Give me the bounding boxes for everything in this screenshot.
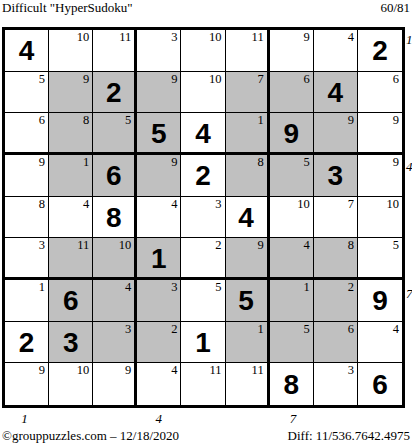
cell-r3c6[interactable]: 1 — [226, 113, 270, 155]
annotation-digit: 3 — [215, 197, 221, 211]
cell-r9c9[interactable]: 6 — [358, 363, 402, 405]
cell-r7c8[interactable]: 2 — [314, 280, 358, 322]
sudoku-grid: 4101131011942592910764668554199991692853… — [5, 30, 402, 405]
footer-copyright: ©grouppuzzles.com – 12/18/2020 — [2, 428, 179, 444]
annotation-digit: 9 — [83, 72, 89, 86]
cell-r3c8[interactable]: 9 — [314, 113, 358, 155]
given-digit: 2 — [106, 77, 122, 107]
cell-r2c7[interactable]: 6 — [270, 72, 314, 114]
annotation-digit: 3 — [348, 363, 354, 377]
annotation-digit: 3 — [171, 280, 177, 294]
cell-r1c6[interactable]: 11 — [226, 30, 270, 72]
cell-r4c5[interactable]: 2 — [181, 155, 225, 197]
annotation-digit: 7 — [348, 197, 354, 211]
given-digit: 6 — [63, 285, 79, 315]
annotation-digit: 6 — [393, 72, 399, 86]
cell-r8c6[interactable]: 1 — [226, 322, 270, 364]
col-label-1: 1 — [14, 411, 34, 427]
cell-r4c9[interactable]: 9 — [358, 155, 402, 197]
cell-r4c8[interactable]: 3 — [314, 155, 358, 197]
cell-r6c4[interactable]: 1 — [137, 238, 181, 280]
given-digit: 1 — [195, 327, 211, 357]
given-digit: 4 — [238, 202, 254, 232]
given-digit: 2 — [195, 160, 211, 190]
annotation-digit: 8 — [257, 155, 263, 169]
annotation-digit: 4 — [171, 197, 177, 211]
given-digit: 2 — [372, 35, 388, 65]
annotation-digit: 7 — [257, 72, 263, 86]
puzzle-title: Difficult "HyperSudoku" — [2, 0, 133, 16]
cell-r8c4[interactable]: 2 — [137, 322, 181, 364]
cell-r9c5[interactable]: 11 — [181, 363, 225, 405]
annotation-digit: 5 — [215, 280, 221, 294]
cell-r1c3[interactable]: 11 — [93, 30, 137, 72]
annotation-digit: 1 — [304, 280, 310, 294]
annotation-digit: 9 — [171, 155, 177, 169]
cell-r1c5[interactable]: 10 — [181, 30, 225, 72]
cell-r9c1[interactable]: 9 — [5, 363, 49, 405]
cell-r6c3[interactable]: 10 — [93, 238, 137, 280]
annotation-digit: 8 — [83, 113, 89, 127]
annotation-digit: 11 — [77, 238, 89, 252]
cell-r6c8[interactable]: 8 — [314, 238, 358, 280]
cell-r3c7[interactable]: 9 — [270, 113, 314, 155]
given-digit: 5 — [151, 118, 167, 148]
cell-r2c5[interactable]: 10 — [181, 72, 225, 114]
cell-r4c6[interactable]: 8 — [226, 155, 270, 197]
cell-r5c2[interactable]: 4 — [49, 197, 93, 239]
given-digit: 9 — [283, 118, 299, 148]
cell-r4c2[interactable]: 1 — [49, 155, 93, 197]
cell-r3c5[interactable]: 4 — [181, 113, 225, 155]
cell-r6c2[interactable]: 11 — [49, 238, 93, 280]
cell-r9c8[interactable]: 3 — [314, 363, 358, 405]
annotation-digit: 10 — [209, 30, 222, 44]
annotation-digit: 9 — [393, 155, 399, 169]
cell-r4c3[interactable]: 6 — [93, 155, 137, 197]
cell-r5c6[interactable]: 4 — [226, 197, 270, 239]
cell-r5c4[interactable]: 4 — [137, 197, 181, 239]
cell-r2c6[interactable]: 7 — [226, 72, 270, 114]
row-label-4: 4 — [406, 159, 412, 175]
annotation-digit: 10 — [209, 72, 222, 86]
annotation-digit: 9 — [171, 72, 177, 86]
cell-r7c7[interactable]: 1 — [270, 280, 314, 322]
cell-r8c1[interactable]: 2 — [5, 322, 49, 364]
annotation-digit: 9 — [257, 238, 263, 252]
annotation-digit: 1 — [83, 155, 89, 169]
given-digit: 4 — [195, 118, 211, 148]
annotation-digit: 5 — [39, 72, 45, 86]
cell-r2c8[interactable]: 4 — [314, 72, 358, 114]
annotation-digit: 5 — [393, 238, 399, 252]
page-footer: ©grouppuzzles.com – 12/18/2020 Diff: 11/… — [0, 428, 412, 444]
cell-r6c9[interactable]: 5 — [358, 238, 402, 280]
given-digit: 8 — [106, 202, 122, 232]
cell-r6c6[interactable]: 9 — [226, 238, 270, 280]
annotation-digit: 10 — [386, 197, 399, 211]
annotation-digit: 5 — [304, 322, 310, 336]
col-label-4: 4 — [149, 411, 169, 427]
annotation-digit: 5 — [304, 155, 310, 169]
cell-r1c1[interactable]: 4 — [5, 30, 49, 72]
annotation-digit: 11 — [252, 30, 264, 44]
cell-r3c2[interactable]: 8 — [49, 113, 93, 155]
annotation-digit: 3 — [171, 30, 177, 44]
given-digit: 3 — [63, 327, 79, 357]
cell-r5c8[interactable]: 7 — [314, 197, 358, 239]
annotation-digit: 10 — [77, 363, 90, 377]
annotation-digit: 2 — [215, 238, 221, 252]
row-label-7: 7 — [406, 286, 412, 302]
cell-r6c5[interactable]: 2 — [181, 238, 225, 280]
annotation-digit: 3 — [125, 322, 131, 336]
cell-r7c2[interactable]: 6 — [49, 280, 93, 322]
given-digit: 8 — [283, 369, 299, 399]
cell-r5c1[interactable]: 8 — [5, 197, 49, 239]
annotation-digit: 4 — [125, 280, 131, 294]
cell-r8c5[interactable]: 1 — [181, 322, 225, 364]
annotation-digit: 1 — [257, 322, 263, 336]
cell-r2c1[interactable]: 5 — [5, 72, 49, 114]
cell-r2c4[interactable]: 9 — [137, 72, 181, 114]
annotation-digit: 9 — [125, 363, 131, 377]
cell-r4c4[interactable]: 9 — [137, 155, 181, 197]
cell-r8c2[interactable]: 3 — [49, 322, 93, 364]
given-digit: 9 — [372, 285, 388, 315]
annotation-digit: 6 — [348, 322, 354, 336]
annotation-digit: 9 — [348, 113, 354, 127]
annotation-digit: 10 — [119, 238, 132, 252]
annotation-digit: 4 — [348, 30, 354, 44]
annotation-digit: 10 — [297, 197, 310, 211]
given-digit: 6 — [106, 160, 122, 190]
annotation-digit: 3 — [39, 238, 45, 252]
annotation-digit: 2 — [171, 322, 177, 336]
cell-r8c3[interactable]: 3 — [93, 322, 137, 364]
given-digit: 4 — [19, 35, 35, 65]
annotation-digit: 2 — [348, 280, 354, 294]
page-header: Difficult "HyperSudoku" 60/81 — [0, 0, 412, 26]
col-label-7: 7 — [283, 411, 303, 427]
cell-r5c7[interactable]: 10 — [270, 197, 314, 239]
given-digit: 2 — [19, 327, 35, 357]
annotation-digit: 4 — [171, 363, 177, 377]
cell-r3c3[interactable]: 5 — [93, 113, 137, 155]
cell-r5c5[interactable]: 3 — [181, 197, 225, 239]
given-digit: 1 — [151, 243, 167, 273]
footer-difficulty: Diff: 11/536.7642.4975 — [288, 428, 410, 444]
cell-r3c1[interactable]: 6 — [5, 113, 49, 155]
given-digit: 6 — [372, 369, 388, 399]
annotation-digit: 11 — [252, 363, 264, 377]
cell-r9c3[interactable]: 9 — [93, 363, 137, 405]
cell-r7c1[interactable]: 1 — [5, 280, 49, 322]
cell-r1c4[interactable]: 3 — [137, 30, 181, 72]
cell-r5c3[interactable]: 8 — [93, 197, 137, 239]
annotation-digit: 11 — [119, 30, 131, 44]
annotation-digit: 9 — [304, 30, 310, 44]
sudoku-board: 4101131011942592910764668554199991692853… — [2, 27, 405, 408]
cell-r9c4[interactable]: 4 — [137, 363, 181, 405]
cell-r5c9[interactable]: 10 — [358, 197, 402, 239]
given-digit: 5 — [238, 285, 254, 315]
cell-r7c9[interactable]: 9 — [358, 280, 402, 322]
cell-r8c8[interactable]: 6 — [314, 322, 358, 364]
cell-r9c2[interactable]: 10 — [49, 363, 93, 405]
annotation-digit: 6 — [304, 72, 310, 86]
cell-r1c9[interactable]: 2 — [358, 30, 402, 72]
annotation-digit: 9 — [393, 113, 399, 127]
cell-r4c1[interactable]: 9 — [5, 155, 49, 197]
annotation-digit: 9 — [39, 155, 45, 169]
annotation-digit: 11 — [210, 363, 222, 377]
annotation-digit: 4 — [393, 322, 399, 336]
annotation-digit: 1 — [39, 280, 45, 294]
cell-r1c2[interactable]: 10 — [49, 30, 93, 72]
cell-r9c6[interactable]: 11 — [226, 363, 270, 405]
cell-r9c7[interactable]: 8 — [270, 363, 314, 405]
annotation-digit: 4 — [304, 238, 310, 252]
given-digit: 4 — [328, 77, 344, 107]
annotation-digit: 10 — [77, 30, 90, 44]
annotation-digit: 4 — [83, 197, 89, 211]
cell-r8c9[interactable]: 4 — [358, 322, 402, 364]
cell-r1c8[interactable]: 4 — [314, 30, 358, 72]
cell-r2c2[interactable]: 9 — [49, 72, 93, 114]
cell-r7c6[interactable]: 5 — [226, 280, 270, 322]
cell-r6c7[interactable]: 4 — [270, 238, 314, 280]
cell-r3c4[interactable]: 5 — [137, 113, 181, 155]
cell-r7c3[interactable]: 4 — [93, 280, 137, 322]
cell-r7c5[interactable]: 5 — [181, 280, 225, 322]
annotation-digit: 8 — [39, 197, 45, 211]
cell-r6c1[interactable]: 3 — [5, 238, 49, 280]
cell-r4c7[interactable]: 5 — [270, 155, 314, 197]
cell-r3c9[interactable]: 9 — [358, 113, 402, 155]
cell-r8c7[interactable]: 5 — [270, 322, 314, 364]
annotation-digit: 1 — [257, 113, 263, 127]
row-label-1: 1 — [406, 32, 412, 48]
annotation-digit: 6 — [39, 113, 45, 127]
cell-r1c7[interactable]: 9 — [270, 30, 314, 72]
given-digit: 3 — [328, 160, 344, 190]
annotation-digit: 8 — [348, 238, 354, 252]
cell-r2c9[interactable]: 6 — [358, 72, 402, 114]
annotation-digit: 5 — [125, 113, 131, 127]
progress-counter: 60/81 — [380, 0, 410, 16]
cell-r7c4[interactable]: 3 — [137, 280, 181, 322]
annotation-digit: 9 — [39, 363, 45, 377]
cell-r2c3[interactable]: 2 — [93, 72, 137, 114]
